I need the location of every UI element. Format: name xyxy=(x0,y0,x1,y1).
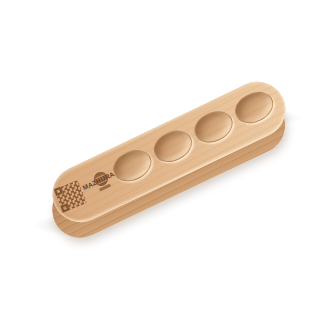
qr-finder-icon xyxy=(54,187,63,196)
qr-finder-icon xyxy=(60,204,69,213)
product-photo: MAZHURA xyxy=(0,0,322,322)
wooden-tray: MAZHURA xyxy=(43,72,295,231)
brand-logo: MAZHURA xyxy=(77,165,121,199)
recess-4 xyxy=(230,86,279,129)
recess-3 xyxy=(189,105,238,148)
recess-2 xyxy=(149,125,198,168)
